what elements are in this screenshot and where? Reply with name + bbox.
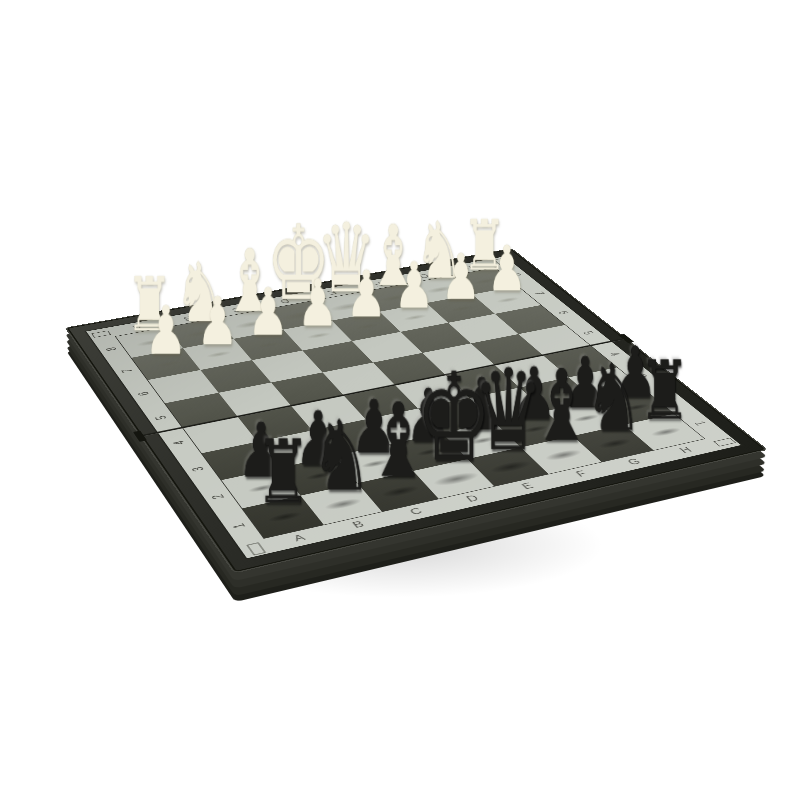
black-rook-icon: ♜	[217, 429, 349, 517]
piece-black-rook-a1[interactable]: ♜	[242, 496, 323, 539]
product-photo-background: AABBCCDDEEFFGGHH1122334455667788 ♜♞♝♚♛♝♞…	[0, 0, 800, 800]
